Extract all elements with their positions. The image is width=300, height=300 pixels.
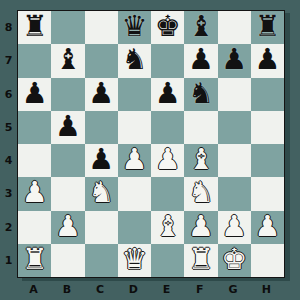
- white-pawn: ♟: [155, 144, 181, 176]
- square-h3[interactable]: [251, 177, 284, 210]
- file-label-d: D: [117, 279, 150, 299]
- square-b7[interactable]: ♝: [51, 44, 84, 77]
- white-bishop: ♝: [188, 144, 214, 176]
- square-h6[interactable]: [251, 78, 284, 111]
- file-label-h: H: [250, 279, 283, 299]
- square-b3[interactable]: [51, 177, 84, 210]
- square-b4[interactable]: [51, 144, 84, 177]
- square-e2[interactable]: ♝: [151, 211, 184, 244]
- square-f8[interactable]: ♝: [184, 11, 217, 44]
- square-b1[interactable]: [51, 244, 84, 277]
- square-g5[interactable]: [218, 111, 251, 144]
- square-c6[interactable]: ♟: [85, 78, 118, 111]
- square-g6[interactable]: [218, 78, 251, 111]
- chess-board[interactable]: ♜♛♚♝♜♝♞♟♟♟♟♟♟♞♟♟♟♟♝♟♞♞♟♝♟♟♟♜♛♜♚: [17, 10, 285, 278]
- file-labels: ABCDEFGH: [17, 279, 285, 299]
- rank-label-4: 4: [0, 144, 17, 177]
- black-pawn: ♟: [254, 44, 280, 76]
- square-e1[interactable]: [151, 244, 184, 277]
- black-knight: ♞: [188, 78, 214, 110]
- square-d2[interactable]: [118, 211, 151, 244]
- file-label-f: F: [183, 279, 216, 299]
- square-c2[interactable]: [85, 211, 118, 244]
- square-e3[interactable]: [151, 177, 184, 210]
- white-knight: ♞: [88, 177, 114, 209]
- square-a6[interactable]: ♟: [18, 78, 51, 111]
- square-h2[interactable]: ♟: [251, 211, 284, 244]
- black-pawn: ♟: [221, 44, 247, 76]
- square-h8[interactable]: ♜: [251, 11, 284, 44]
- black-pawn: ♟: [22, 78, 48, 110]
- file-label-a: A: [17, 279, 50, 299]
- square-a7[interactable]: [18, 44, 51, 77]
- square-f1[interactable]: ♜: [184, 244, 217, 277]
- square-c4[interactable]: ♟: [85, 144, 118, 177]
- black-pawn: ♟: [55, 111, 81, 143]
- black-knight: ♞: [121, 44, 147, 76]
- square-a8[interactable]: ♜: [18, 11, 51, 44]
- white-queen: ♛: [121, 244, 147, 276]
- white-knight: ♞: [188, 177, 214, 209]
- square-g1[interactable]: ♚: [218, 244, 251, 277]
- rank-label-5: 5: [0, 111, 17, 144]
- square-f2[interactable]: ♟: [184, 211, 217, 244]
- square-h4[interactable]: [251, 144, 284, 177]
- rank-label-7: 7: [0, 44, 17, 77]
- square-d4[interactable]: ♟: [118, 144, 151, 177]
- square-c3[interactable]: ♞: [85, 177, 118, 210]
- square-f4[interactable]: ♝: [184, 144, 217, 177]
- black-pawn: ♟: [88, 144, 114, 176]
- white-pawn: ♟: [55, 211, 81, 243]
- square-f3[interactable]: ♞: [184, 177, 217, 210]
- rank-label-8: 8: [0, 11, 17, 44]
- square-c1[interactable]: [85, 244, 118, 277]
- square-a4[interactable]: [18, 144, 51, 177]
- square-c8[interactable]: [85, 11, 118, 44]
- square-d1[interactable]: ♛: [118, 244, 151, 277]
- square-b6[interactable]: [51, 78, 84, 111]
- square-b5[interactable]: ♟: [51, 111, 84, 144]
- square-h7[interactable]: ♟: [251, 44, 284, 77]
- square-e7[interactable]: [151, 44, 184, 77]
- white-pawn: ♟: [221, 211, 247, 243]
- square-c5[interactable]: [85, 111, 118, 144]
- square-g7[interactable]: ♟: [218, 44, 251, 77]
- square-e6[interactable]: ♟: [151, 78, 184, 111]
- black-pawn: ♟: [88, 78, 114, 110]
- square-e5[interactable]: [151, 111, 184, 144]
- square-f7[interactable]: ♟: [184, 44, 217, 77]
- square-d6[interactable]: [118, 78, 151, 111]
- black-queen: ♛: [121, 11, 147, 43]
- rank-label-1: 1: [0, 244, 17, 277]
- square-a3[interactable]: ♟: [18, 177, 51, 210]
- square-a5[interactable]: [18, 111, 51, 144]
- white-bishop: ♝: [155, 211, 181, 243]
- black-pawn: ♟: [155, 78, 181, 110]
- square-c7[interactable]: [85, 44, 118, 77]
- square-g8[interactable]: [218, 11, 251, 44]
- square-e8[interactable]: ♚: [151, 11, 184, 44]
- square-e4[interactable]: ♟: [151, 144, 184, 177]
- square-a2[interactable]: [18, 211, 51, 244]
- square-h5[interactable]: [251, 111, 284, 144]
- black-bishop: ♝: [55, 44, 81, 76]
- square-g2[interactable]: ♟: [218, 211, 251, 244]
- chess-diagram: 87654321 ♜♛♚♝♜♝♞♟♟♟♟♟♟♞♟♟♟♟♝♟♞♞♟♝♟♟♟♜♛♜♚…: [0, 0, 300, 300]
- file-label-c: C: [84, 279, 117, 299]
- square-d3[interactable]: [118, 177, 151, 210]
- square-g3[interactable]: [218, 177, 251, 210]
- square-a1[interactable]: ♜: [18, 244, 51, 277]
- file-label-b: B: [50, 279, 83, 299]
- square-b8[interactable]: [51, 11, 84, 44]
- file-label-g: G: [217, 279, 250, 299]
- black-pawn: ♟: [188, 44, 214, 76]
- black-bishop: ♝: [188, 11, 214, 43]
- rank-label-6: 6: [0, 78, 17, 111]
- black-rook: ♜: [22, 11, 48, 43]
- square-f6[interactable]: ♞: [184, 78, 217, 111]
- white-rook: ♜: [22, 244, 48, 276]
- square-b2[interactable]: ♟: [51, 211, 84, 244]
- square-d5[interactable]: [118, 111, 151, 144]
- square-d7[interactable]: ♞: [118, 44, 151, 77]
- white-pawn: ♟: [121, 144, 147, 176]
- black-king: ♚: [155, 11, 181, 43]
- file-label-e: E: [150, 279, 183, 299]
- square-h1[interactable]: [251, 244, 284, 277]
- white-pawn: ♟: [188, 211, 214, 243]
- white-rook: ♜: [188, 244, 214, 276]
- rank-label-2: 2: [0, 211, 17, 244]
- square-d8[interactable]: ♛: [118, 11, 151, 44]
- black-rook: ♜: [254, 11, 280, 43]
- square-f5[interactable]: [184, 111, 217, 144]
- white-pawn: ♟: [254, 211, 280, 243]
- rank-labels: 87654321: [0, 11, 17, 277]
- square-g4[interactable]: [218, 144, 251, 177]
- white-king: ♚: [221, 244, 247, 276]
- rank-label-3: 3: [0, 177, 17, 210]
- white-pawn: ♟: [22, 177, 48, 209]
